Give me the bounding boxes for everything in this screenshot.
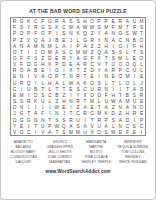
grid-cell[interactable]: X: [89, 129, 96, 135]
grid-cell[interactable]: C: [25, 129, 32, 135]
puzzle-card: AT THE BAR WORD SEARCH PUZZLE RGKCFGRASS…: [0, 0, 156, 200]
word-list-column: MARGARITAMARTINIMOJITOPINA COLADASHIRLEY…: [78, 140, 115, 165]
word-search-grid: RGKCFGRASSHOPPERAUMFSYRGSKCWAWWSMFMTFSPO…: [10, 17, 146, 136]
word-list-item: WHITE RUSSIAN: [115, 160, 152, 165]
puzzle-title: AT THE BAR WORD SEARCH PUZZLE: [1, 8, 155, 15]
grid-cell[interactable]: V: [11, 129, 18, 135]
grid-cell[interactable]: F: [124, 129, 131, 135]
word-list-item: SHIRLEY TEMPLE: [78, 160, 115, 165]
grid-cell[interactable]: S: [60, 129, 67, 135]
website-link[interactable]: www.WordSearchAddict.com: [1, 169, 155, 174]
grid-cell[interactable]: G: [18, 129, 25, 135]
word-list: AMARETTOBACARDIBLOODY MARYCOSMOPOLITANDA…: [5, 140, 151, 165]
grid-cell[interactable]: M: [110, 129, 117, 135]
word-list-item: DAIQUIRI: [5, 160, 42, 165]
grid-cell[interactable]: S: [103, 129, 110, 135]
grid-cell[interactable]: E: [131, 129, 138, 135]
grid-cell[interactable]: E: [117, 129, 124, 135]
grid-cell[interactable]: M: [67, 129, 74, 135]
grid-cell[interactable]: A: [46, 129, 53, 135]
word-list-item: MANHATTAN: [42, 160, 79, 165]
grid-cell[interactable]: I: [32, 129, 39, 135]
grid-cell[interactable]: M: [74, 129, 81, 135]
grid-cell[interactable]: U: [82, 129, 89, 135]
grid-cell[interactable]: T: [53, 129, 60, 135]
word-list-column: AMARETTOBACARDIBLOODY MARYCOSMOPOLITANDA…: [5, 140, 42, 165]
grid-cell[interactable]: V: [39, 129, 46, 135]
page: AT THE BAR WORD SEARCH PUZZLE RGKCFGRASS…: [0, 0, 156, 200]
word-list-column: SMIRNOFFTEQUILA SUNRISETOM COLLINSWHISKE…: [115, 140, 152, 165]
grid-cell[interactable]: O: [96, 129, 103, 135]
grid-cell[interactable]: I: [138, 129, 145, 135]
word-list-column: GIN FIZZGRASSHOPPERJELLO SHOTSJOSE CUERV…: [42, 140, 79, 165]
